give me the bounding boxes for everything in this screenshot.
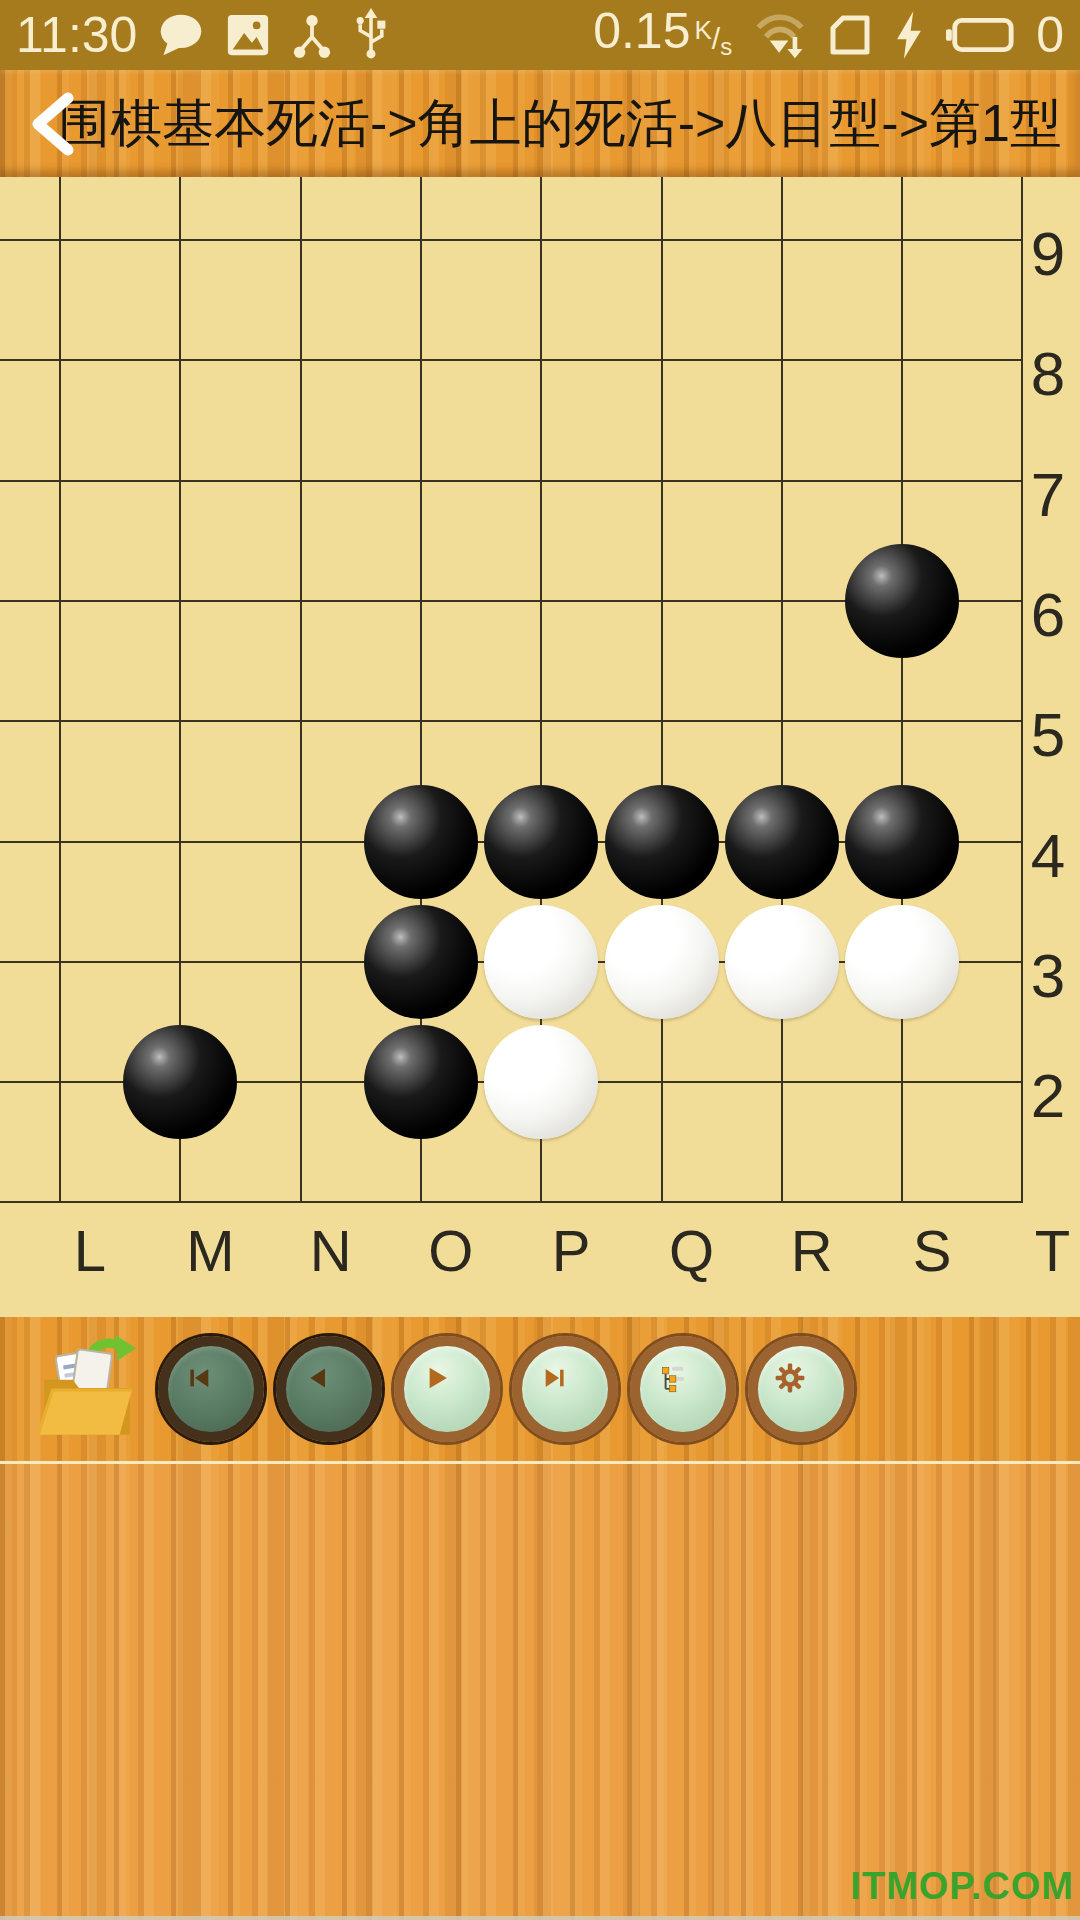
play-icon	[420, 1362, 473, 1415]
stone-white-S3	[845, 905, 959, 1019]
status-bar: 11:30 0.15K/s	[0, 0, 1080, 70]
variation-tree-button[interactable]	[630, 1336, 736, 1442]
grid-line-row-1	[0, 1201, 1023, 1203]
stone-black-P4	[484, 785, 598, 899]
page-title: 围棋基本死活->角上的死活->八目型->第1型	[58, 89, 1062, 159]
battery-level: 0	[1036, 0, 1064, 70]
chat-bubble-icon	[157, 12, 205, 58]
stone-black-S6	[845, 544, 959, 658]
step-back-button[interactable]	[276, 1336, 382, 1442]
row-label-5: 5	[1031, 699, 1065, 770]
skip-to-end-button[interactable]	[512, 1336, 618, 1442]
title-bar: 围棋基本死活->角上的死活->八目型->第1型	[0, 70, 1080, 177]
grid-line-col-R	[781, 177, 783, 1203]
open-file-button[interactable]	[30, 1333, 142, 1445]
gear-icon	[774, 1362, 827, 1415]
grid-line-col-Q	[661, 177, 663, 1203]
stone-black-O3	[364, 905, 478, 1019]
stone-white-P3	[484, 905, 598, 1019]
open-folder-icon	[30, 1431, 142, 1448]
sim-card-icon	[828, 13, 872, 57]
status-left: 11:30	[16, 0, 389, 70]
col-label-R: R	[791, 1217, 833, 1284]
watermark: ITMOP.COM	[850, 1865, 1074, 1908]
row-label-6: 6	[1031, 578, 1065, 649]
row-label-4: 4	[1031, 819, 1065, 890]
col-label-P: P	[552, 1217, 591, 1284]
grid-line-row-5	[0, 720, 1023, 722]
stone-white-R3	[725, 905, 839, 1019]
net-speed: 0.15K/s	[593, 0, 732, 74]
col-label-S: S	[913, 1217, 952, 1284]
wifi-down-arrow-icon	[752, 9, 808, 61]
stone-black-O2	[364, 1025, 478, 1139]
skip-start-icon	[184, 1362, 237, 1415]
col-label-T: T	[1035, 1217, 1070, 1284]
row-label-7: 7	[1031, 458, 1065, 529]
status-right: 0.15K/s 0	[593, 0, 1064, 74]
charging-bolt-icon	[892, 9, 926, 61]
usb-icon	[353, 8, 389, 62]
stone-black-S4	[845, 785, 959, 899]
grid-line-col-L	[59, 177, 61, 1203]
skip-end-icon	[538, 1362, 591, 1415]
tree-icon	[656, 1362, 709, 1415]
stone-black-O4	[364, 785, 478, 899]
battery-icon	[946, 16, 1016, 54]
step-back-icon	[302, 1362, 355, 1415]
col-label-M: M	[186, 1217, 234, 1284]
stone-black-R4	[725, 785, 839, 899]
back-chevron-icon[interactable]	[26, 92, 78, 156]
col-label-Q: Q	[669, 1217, 714, 1284]
stone-white-Q3	[605, 905, 719, 1019]
row-label-3: 3	[1031, 939, 1065, 1010]
row-label-8: 8	[1031, 338, 1065, 409]
grid-line-row-7	[0, 480, 1023, 482]
grid-line-col-T	[1021, 177, 1023, 1203]
clock: 11:30	[16, 0, 137, 70]
grid-line-row-8	[0, 359, 1023, 361]
gallery-icon	[225, 12, 271, 58]
bottom-panel: ITMOP.COM	[0, 1464, 1080, 1920]
row-label-9: 9	[1031, 218, 1065, 289]
col-label-N: N	[310, 1217, 352, 1284]
play-button[interactable]	[394, 1336, 500, 1442]
go-board[interactable]: LMNOPQRST98765432	[0, 177, 1080, 1317]
settings-button[interactable]	[748, 1336, 854, 1442]
stone-black-Q4	[605, 785, 719, 899]
col-label-O: O	[428, 1217, 473, 1284]
col-label-L: L	[74, 1217, 106, 1284]
grid-line-col-S	[901, 177, 903, 1203]
net-speed-unit: K/s	[695, 4, 733, 74]
share-branch-icon	[291, 11, 333, 59]
grid-line-row-9	[0, 239, 1023, 241]
toolbar	[0, 1317, 1080, 1461]
skip-to-start-button[interactable]	[158, 1336, 264, 1442]
stone-white-P2	[484, 1025, 598, 1139]
row-label-2: 2	[1031, 1060, 1065, 1131]
stone-black-M2	[123, 1025, 237, 1139]
app-screen: 11:30 0.15K/s	[0, 0, 1080, 1920]
grid-line-col-N	[300, 177, 302, 1203]
